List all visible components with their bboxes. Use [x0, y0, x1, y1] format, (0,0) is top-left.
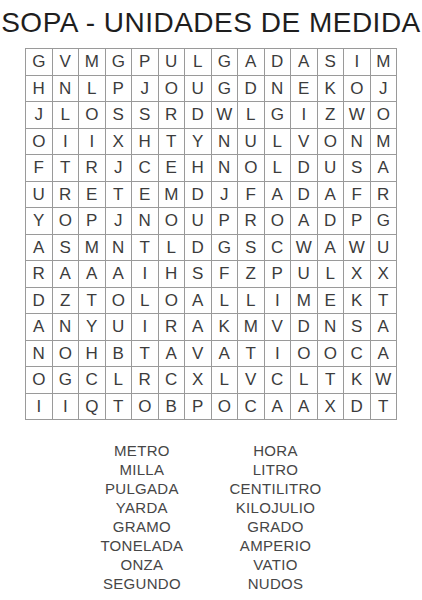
grid-cell[interactable]: N	[106, 235, 132, 261]
grid-cell[interactable]: A	[371, 155, 397, 181]
grid-cell[interactable]: O	[53, 208, 79, 234]
grid-cell[interactable]: D	[291, 155, 317, 181]
grid-cell[interactable]: O	[26, 367, 52, 393]
grid-cell[interactable]: T	[159, 129, 185, 155]
word-list-item: GRAMO	[113, 517, 171, 536]
grid-cell[interactable]: N	[344, 129, 370, 155]
word-list-item: VATIO	[253, 555, 297, 574]
grid-cell[interactable]: L	[106, 367, 132, 393]
grid-cell[interactable]: Y	[185, 129, 211, 155]
grid-cell[interactable]: M	[291, 288, 317, 314]
grid-cell[interactable]: I	[344, 49, 370, 75]
grid-cell[interactable]: I	[265, 341, 291, 367]
grid-cell[interactable]: S	[106, 102, 132, 128]
grid-cell[interactable]: U	[318, 155, 344, 181]
grid-cell[interactable]: S	[132, 102, 158, 128]
grid-cell[interactable]: O	[106, 288, 132, 314]
grid-cell[interactable]: U	[26, 182, 52, 208]
grid-cell[interactable]: M	[79, 49, 105, 75]
grid-cell[interactable]: T	[106, 394, 132, 420]
grid-cell[interactable]: A	[185, 288, 211, 314]
grid-cell[interactable]: P	[265, 261, 291, 287]
grid-cell[interactable]: G	[212, 235, 238, 261]
grid-cell[interactable]: A	[106, 261, 132, 287]
grid-cell[interactable]: V	[238, 367, 264, 393]
grid-cell[interactable]: P	[185, 394, 211, 420]
grid-cell[interactable]: A	[265, 394, 291, 420]
grid-cell[interactable]: C	[159, 367, 185, 393]
grid-cell[interactable]: T	[132, 235, 158, 261]
grid-cell[interactable]: J	[106, 208, 132, 234]
puzzle-title: SOPA - UNIDADES DE MEDIDA	[0, 0, 422, 39]
grid-cell[interactable]: L	[265, 155, 291, 181]
grid-cell[interactable]: G	[26, 49, 52, 75]
grid-cell[interactable]: K	[318, 76, 344, 102]
grid-cell[interactable]: A	[265, 182, 291, 208]
word-list-item: KILOJULIO	[236, 498, 315, 517]
grid-cell[interactable]: V	[265, 314, 291, 340]
grid-cell[interactable]: A	[318, 235, 344, 261]
grid-cell[interactable]: F	[344, 182, 370, 208]
grid-cell[interactable]: H	[159, 261, 185, 287]
grid-cell[interactable]: J	[106, 155, 132, 181]
grid-cell[interactable]: J	[212, 182, 238, 208]
grid-cell[interactable]: G	[53, 367, 79, 393]
grid-cell[interactable]: A	[159, 341, 185, 367]
grid-cell[interactable]: L	[159, 235, 185, 261]
grid-cell[interactable]: M	[371, 129, 397, 155]
grid-cell[interactable]: D	[26, 288, 52, 314]
word-list-item: MILLA	[119, 460, 164, 479]
grid-cell[interactable]: A	[79, 261, 105, 287]
grid-cell[interactable]: F	[212, 261, 238, 287]
grid-cell[interactable]: A	[291, 394, 317, 420]
word-list-item: TONELADA	[100, 536, 183, 555]
grid-cell[interactable]: R	[132, 367, 158, 393]
grid-cell[interactable]: S	[185, 261, 211, 287]
grid-cell[interactable]: D	[238, 76, 264, 102]
grid-cell[interactable]: I	[79, 129, 105, 155]
grid-cell[interactable]: D	[318, 208, 344, 234]
grid-cell[interactable]: L	[238, 102, 264, 128]
grid-cell[interactable]: W	[344, 102, 370, 128]
grid-cell[interactable]: M	[159, 182, 185, 208]
grid-cell[interactable]: O	[265, 208, 291, 234]
grid-cell[interactable]: Q	[79, 394, 105, 420]
grid-cell[interactable]: U	[106, 314, 132, 340]
board-wrapper: GVMGPULGADASIMHNLPJOUGDNEKOJJLOSSRDWLGIZ…	[0, 48, 422, 420]
grid-cell[interactable]: R	[371, 182, 397, 208]
grid-cell[interactable]: A	[212, 341, 238, 367]
grid-cell[interactable]: O	[238, 155, 264, 181]
grid-cell[interactable]: U	[185, 76, 211, 102]
grid-cell[interactable]: U	[371, 235, 397, 261]
grid-cell[interactable]: R	[159, 102, 185, 128]
grid-cell[interactable]: S	[344, 314, 370, 340]
grid-cell[interactable]: W	[344, 235, 370, 261]
grid-cell[interactable]: D	[265, 49, 291, 75]
grid-cell[interactable]: O	[318, 129, 344, 155]
grid-cell[interactable]: I	[291, 102, 317, 128]
grid-cell[interactable]: E	[159, 155, 185, 181]
grid-cell[interactable]: O	[291, 341, 317, 367]
grid-cell[interactable]: I	[265, 288, 291, 314]
grid-cell[interactable]: O	[371, 102, 397, 128]
grid-cell[interactable]: D	[291, 182, 317, 208]
grid-cell[interactable]: A	[291, 49, 317, 75]
grid-cell[interactable]: N	[53, 76, 79, 102]
grid-cell[interactable]: E	[79, 182, 105, 208]
grid-cell[interactable]: P	[212, 208, 238, 234]
grid-cell[interactable]: M	[238, 314, 264, 340]
grid-cell[interactable]: Z	[53, 288, 79, 314]
grid-cell[interactable]: E	[318, 288, 344, 314]
word-list: METROMILLAPULGADAYARDAGRAMOTONELADAONZAS…	[0, 441, 422, 593]
grid-cell[interactable]: I	[132, 261, 158, 287]
grid-cell[interactable]: O	[53, 341, 79, 367]
grid-cell[interactable]: C	[265, 367, 291, 393]
word-list-item: LITRO	[253, 460, 299, 479]
grid-cell[interactable]: O	[79, 102, 105, 128]
grid-cell[interactable]: V	[291, 129, 317, 155]
grid-cell[interactable]: G	[212, 76, 238, 102]
grid-cell[interactable]: Z	[238, 261, 264, 287]
grid-cell[interactable]: S	[344, 155, 370, 181]
grid-cell[interactable]: Y	[79, 314, 105, 340]
grid-cell[interactable]: X	[185, 367, 211, 393]
grid-cell[interactable]: O	[132, 394, 158, 420]
grid-cell[interactable]: X	[344, 261, 370, 287]
grid-cell[interactable]: R	[238, 208, 264, 234]
grid-cell[interactable]: L	[79, 76, 105, 102]
grid-cell[interactable]: L	[318, 261, 344, 287]
grid-cell[interactable]: D	[185, 102, 211, 128]
word-list-item: GRADO	[247, 517, 304, 536]
grid-cell[interactable]: Z	[318, 102, 344, 128]
grid-cell[interactable]: D	[185, 182, 211, 208]
grid-cell[interactable]: E	[132, 182, 158, 208]
grid-cell[interactable]: S	[318, 49, 344, 75]
grid-cell[interactable]: L	[238, 288, 264, 314]
grid-cell[interactable]: Y	[26, 208, 52, 234]
grid-cell[interactable]: B	[159, 394, 185, 420]
grid-cell[interactable]: L	[291, 367, 317, 393]
grid-cell[interactable]: P	[79, 208, 105, 234]
grid-cell[interactable]: C	[238, 394, 264, 420]
grid-cell[interactable]: A	[318, 182, 344, 208]
grid-cell[interactable]: L	[53, 102, 79, 128]
grid-cell[interactable]: U	[238, 129, 264, 155]
grid-cell[interactable]: O	[26, 129, 52, 155]
grid-cell[interactable]: M	[371, 49, 397, 75]
word-search-grid: GVMGPULGADASIMHNLPJOUGDNEKOJJLOSSRDWLGIZ…	[25, 48, 397, 420]
word-list-column-right: HORALITROCENTILITROKILOJULIOGRADOAMPERIO…	[229, 441, 321, 593]
grid-cell[interactable]: R	[26, 261, 52, 287]
word-list-column-left: METROMILLAPULGADAYARDAGRAMOTONELADAONZAS…	[100, 441, 183, 593]
grid-cell[interactable]: A	[371, 314, 397, 340]
grid-cell[interactable]: O	[159, 208, 185, 234]
grid-cell[interactable]: J	[371, 76, 397, 102]
grid-cell[interactable]: O	[159, 76, 185, 102]
grid-cell[interactable]: R	[159, 314, 185, 340]
grid-cell[interactable]: A	[185, 314, 211, 340]
grid-cell[interactable]: I	[53, 394, 79, 420]
grid-cell[interactable]: O	[159, 288, 185, 314]
grid-cell[interactable]: A	[291, 208, 317, 234]
word-list-item: SEGUNDO	[103, 574, 181, 593]
grid-cell[interactable]: A	[26, 235, 52, 261]
grid-cell[interactable]: D	[291, 314, 317, 340]
grid-cell[interactable]: F	[238, 182, 264, 208]
grid-cell[interactable]: S	[53, 235, 79, 261]
grid-cell[interactable]: O	[212, 394, 238, 420]
grid-cell[interactable]: C	[344, 341, 370, 367]
word-search-page: SOPA - UNIDADES DE MEDIDA GVMGPULGADASIM…	[0, 0, 422, 600]
grid-cell[interactable]: L	[212, 367, 238, 393]
grid-cell[interactable]: X	[371, 261, 397, 287]
grid-cell[interactable]: S	[238, 235, 264, 261]
grid-cell[interactable]: N	[265, 76, 291, 102]
grid-cell[interactable]: E	[291, 76, 317, 102]
grid-cell[interactable]: N	[212, 155, 238, 181]
grid-cell[interactable]: B	[106, 341, 132, 367]
grid-cell[interactable]: N	[132, 208, 158, 234]
grid-cell[interactable]: M	[79, 235, 105, 261]
grid-cell[interactable]: I	[132, 314, 158, 340]
grid-cell[interactable]: J	[132, 76, 158, 102]
grid-cell[interactable]: P	[344, 208, 370, 234]
grid-cell[interactable]: A	[26, 314, 52, 340]
grid-cell[interactable]: P	[106, 76, 132, 102]
word-list-item: NUDOS	[248, 574, 304, 593]
grid-cell[interactable]: U	[185, 208, 211, 234]
word-list-item: METRO	[114, 441, 170, 460]
word-list-item: PULGADA	[105, 479, 179, 498]
grid-cell[interactable]: T	[132, 341, 158, 367]
word-list-item: AMPERIO	[240, 536, 311, 555]
grid-cell[interactable]: X	[318, 394, 344, 420]
grid-cell[interactable]: W	[291, 235, 317, 261]
grid-cell[interactable]: K	[344, 367, 370, 393]
grid-cell[interactable]: H	[26, 76, 52, 102]
grid-cell[interactable]: T	[106, 182, 132, 208]
grid-cell[interactable]: T	[371, 288, 397, 314]
grid-cell[interactable]: P	[132, 49, 158, 75]
grid-cell[interactable]: F	[26, 155, 52, 181]
grid-cell[interactable]: R	[79, 155, 105, 181]
grid-cell[interactable]: O	[344, 76, 370, 102]
grid-cell[interactable]: C	[79, 367, 105, 393]
grid-cell[interactable]: W	[212, 102, 238, 128]
grid-cell[interactable]: A	[238, 49, 264, 75]
grid-cell[interactable]: L	[265, 129, 291, 155]
grid-cell[interactable]: T	[371, 394, 397, 420]
grid-cell[interactable]: N	[53, 314, 79, 340]
grid-cell[interactable]: H	[79, 341, 105, 367]
grid-cell[interactable]: C	[265, 235, 291, 261]
grid-cell[interactable]: R	[53, 182, 79, 208]
grid-cell[interactable]: T	[79, 288, 105, 314]
word-list-item: CENTILITRO	[229, 479, 321, 498]
grid-cell[interactable]: T	[318, 367, 344, 393]
grid-cell[interactable]: A	[371, 341, 397, 367]
word-list-item: HORA	[253, 441, 298, 460]
grid-cell[interactable]: L	[132, 288, 158, 314]
grid-cell[interactable]: A	[53, 261, 79, 287]
grid-cell[interactable]: D	[344, 394, 370, 420]
grid-cell[interactable]: V	[185, 341, 211, 367]
word-list-item: ONZA	[120, 555, 163, 574]
grid-cell[interactable]: L	[212, 288, 238, 314]
grid-cell[interactable]: D	[185, 235, 211, 261]
grid-cell[interactable]: W	[371, 367, 397, 393]
grid-cell[interactable]: G	[106, 49, 132, 75]
grid-cell[interactable]: N	[318, 314, 344, 340]
grid-cell[interactable]: G	[212, 49, 238, 75]
grid-cell[interactable]: N	[212, 129, 238, 155]
word-list-item: YARDA	[116, 498, 168, 517]
grid-cell[interactable]: H	[185, 155, 211, 181]
grid-cell[interactable]: T	[238, 341, 264, 367]
grid-cell[interactable]: J	[26, 102, 52, 128]
grid-cell[interactable]: G	[265, 102, 291, 128]
grid-cell[interactable]: I	[53, 129, 79, 155]
grid-cell[interactable]: H	[132, 129, 158, 155]
grid-cell[interactable]: C	[132, 155, 158, 181]
grid-cell[interactable]: N	[26, 341, 52, 367]
grid-cell[interactable]: K	[212, 314, 238, 340]
grid-cell[interactable]: U	[291, 261, 317, 287]
grid-cell[interactable]: O	[318, 341, 344, 367]
grid-cell[interactable]: K	[344, 288, 370, 314]
grid-cell[interactable]: X	[106, 129, 132, 155]
grid-cell[interactable]: V	[53, 49, 79, 75]
grid-cell[interactable]: G	[371, 208, 397, 234]
grid-cell[interactable]: I	[26, 394, 52, 420]
grid-cell[interactable]: U	[159, 49, 185, 75]
grid-cell[interactable]: L	[185, 49, 211, 75]
grid-cell[interactable]: T	[53, 155, 79, 181]
